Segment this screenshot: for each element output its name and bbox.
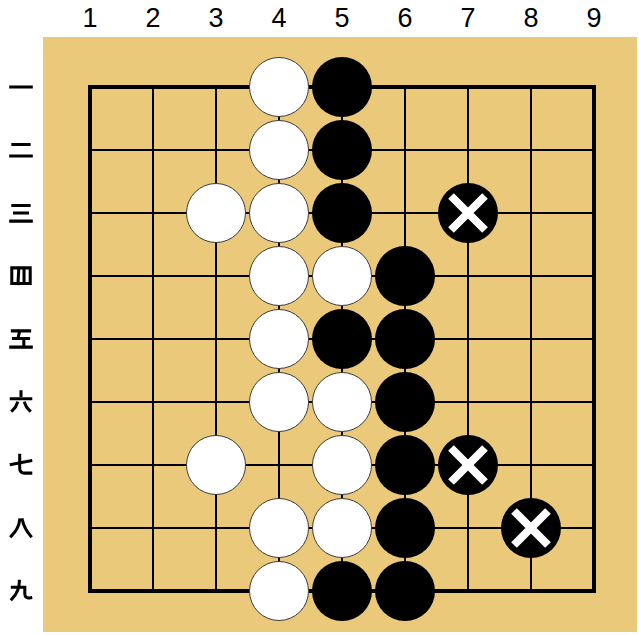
kanji-numeral-icon <box>8 263 34 289</box>
white-stone <box>249 309 309 369</box>
black-stone-x-marked <box>501 498 561 558</box>
x-marker-icon <box>501 498 561 558</box>
black-stone <box>312 120 372 180</box>
column-label-7: 7 <box>436 1 500 35</box>
row-label-2 <box>8 137 34 163</box>
white-stone <box>312 498 372 558</box>
column-label-4: 4 <box>247 1 311 35</box>
column-label-1: 1 <box>58 1 122 35</box>
row-label-8 <box>8 515 34 541</box>
column-label-8: 8 <box>499 1 563 35</box>
go-problem-diagram: 123456789 <box>0 0 639 635</box>
black-stone <box>375 372 435 432</box>
white-stone <box>312 435 372 495</box>
grid-line-vertical <box>467 87 469 591</box>
white-stone <box>249 183 309 243</box>
column-label-6: 6 <box>373 1 437 35</box>
black-stone <box>312 561 372 621</box>
black-stone-x-marked <box>438 183 498 243</box>
row-label-3 <box>8 200 34 226</box>
kanji-numeral-icon <box>8 578 34 604</box>
kanji-numeral-icon <box>8 452 34 478</box>
x-marker-icon <box>438 435 498 495</box>
white-stone <box>249 246 309 306</box>
white-stone <box>249 372 309 432</box>
black-stone <box>375 498 435 558</box>
black-stone <box>312 183 372 243</box>
white-stone <box>249 498 309 558</box>
white-stone <box>312 372 372 432</box>
column-label-3: 3 <box>184 1 248 35</box>
row-label-5 <box>8 326 34 352</box>
kanji-numeral-icon <box>8 137 34 163</box>
kanji-numeral-icon <box>8 200 34 226</box>
black-stone <box>375 561 435 621</box>
column-label-9: 9 <box>562 1 626 35</box>
kanji-numeral-icon <box>8 326 34 352</box>
black-stone <box>375 246 435 306</box>
x-marker-icon <box>438 183 498 243</box>
black-stone <box>375 435 435 495</box>
white-stone <box>249 120 309 180</box>
goban <box>43 37 637 632</box>
white-stone <box>186 183 246 243</box>
black-stone <box>312 309 372 369</box>
white-stone <box>312 246 372 306</box>
white-stone <box>249 561 309 621</box>
kanji-numeral-icon <box>8 515 34 541</box>
column-label-5: 5 <box>310 1 374 35</box>
white-stone <box>186 435 246 495</box>
black-stone <box>375 309 435 369</box>
white-stone <box>249 57 309 117</box>
column-label-2: 2 <box>121 1 185 35</box>
kanji-numeral-icon <box>8 389 34 415</box>
row-label-1 <box>8 74 34 100</box>
row-label-4 <box>8 263 34 289</box>
kanji-numeral-icon <box>8 74 34 100</box>
row-label-6 <box>8 389 34 415</box>
black-stone-x-marked <box>438 435 498 495</box>
row-label-7 <box>8 452 34 478</box>
row-label-9 <box>8 578 34 604</box>
black-stone <box>312 57 372 117</box>
